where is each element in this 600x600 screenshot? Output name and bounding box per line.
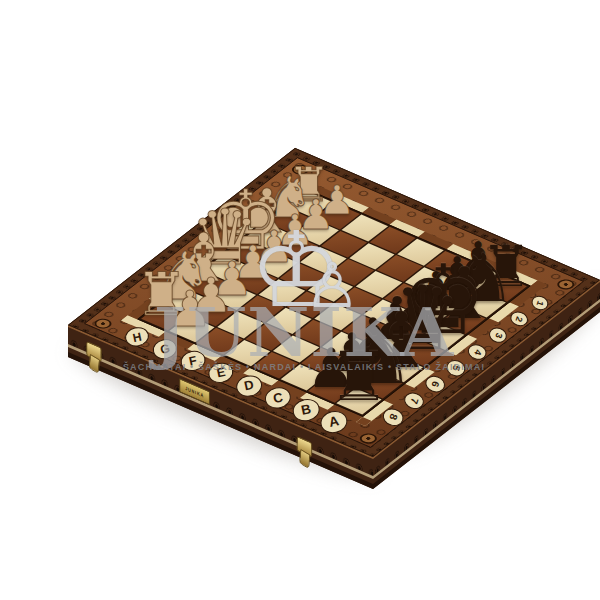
black-rook[interactable]: ♜ — [329, 343, 390, 411]
brass-clasp-icon — [86, 341, 101, 363]
brass-clasp-icon — [297, 436, 312, 458]
product-photo-scene: JUNIKA ♔ ♙ JUNIKA ŠACHMATAI • ŠAŠKĖS • N… — [0, 0, 600, 600]
white-pawn[interactable]: ♟ — [168, 286, 212, 335]
